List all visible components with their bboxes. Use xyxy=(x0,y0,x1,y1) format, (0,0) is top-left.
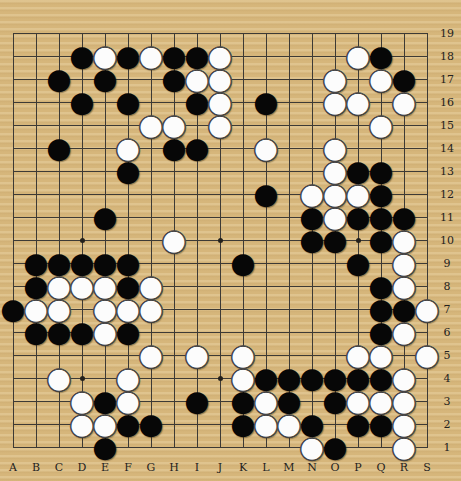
intersection-B3[interactable] xyxy=(25,390,48,413)
intersection-H6[interactable] xyxy=(163,321,186,344)
white-stone-Q17: ● xyxy=(370,68,393,91)
intersection-J9[interactable] xyxy=(209,252,232,275)
intersection-C12[interactable] xyxy=(48,183,71,206)
white-stone-H10: ● xyxy=(163,229,186,252)
row-label-13: 13 xyxy=(438,160,456,183)
intersection-M13[interactable] xyxy=(278,160,301,183)
intersection-D13[interactable] xyxy=(71,160,94,183)
white-stone-P18: ● xyxy=(347,45,370,68)
go-board: ●●●●●●●●●●●●●●●●●●●●●●●●●●●●●●●●●●●●●●●●… xyxy=(2,22,439,459)
intersection-K7[interactable] xyxy=(232,298,255,321)
intersection-N6[interactable] xyxy=(301,321,324,344)
black-stone-C6: ● xyxy=(48,321,71,344)
intersection-F2[interactable]: ● xyxy=(117,413,140,436)
intersection-K11[interactable] xyxy=(232,206,255,229)
black-stone-H14: ● xyxy=(163,137,186,160)
black-stone-Q10: ● xyxy=(370,229,393,252)
intersection-S16[interactable] xyxy=(416,91,439,114)
intersection-E1[interactable]: ● xyxy=(94,436,117,459)
intersection-G15[interactable]: ● xyxy=(140,114,163,137)
intersection-I9[interactable] xyxy=(186,252,209,275)
row-label-19: 19 xyxy=(438,22,456,45)
intersection-M14[interactable] xyxy=(278,137,301,160)
intersection-M15[interactable] xyxy=(278,114,301,137)
intersection-S13[interactable] xyxy=(416,160,439,183)
column-label-P: P xyxy=(347,458,370,478)
intersection-E17[interactable]: ● xyxy=(94,68,117,91)
intersection-S11[interactable] xyxy=(416,206,439,229)
black-stone-O10: ● xyxy=(324,229,347,252)
intersection-G13[interactable] xyxy=(140,160,163,183)
intersection-S7[interactable]: ● xyxy=(416,298,439,321)
intersection-F18[interactable]: ● xyxy=(117,45,140,68)
intersection-K13[interactable] xyxy=(232,160,255,183)
intersection-R1[interactable]: ● xyxy=(393,436,416,459)
intersection-H12[interactable] xyxy=(163,183,186,206)
intersection-J2[interactable] xyxy=(209,413,232,436)
black-stone-P2: ● xyxy=(347,413,370,436)
white-stone-G18: ● xyxy=(140,45,163,68)
column-label-G: G xyxy=(140,458,163,478)
black-stone-I16: ● xyxy=(186,91,209,114)
intersection-M16[interactable] xyxy=(278,91,301,114)
black-stone-N10: ● xyxy=(301,229,324,252)
intersection-D11[interactable] xyxy=(71,206,94,229)
intersection-H1[interactable] xyxy=(163,436,186,459)
intersection-H14[interactable]: ● xyxy=(163,137,186,160)
row-label-10: 10 xyxy=(438,229,456,252)
intersection-O8[interactable] xyxy=(324,275,347,298)
white-stone-C4: ● xyxy=(48,367,71,390)
row-label-18: 18 xyxy=(438,45,456,68)
black-stone-K2: ● xyxy=(232,413,255,436)
intersection-E14[interactable] xyxy=(94,137,117,160)
intersection-M6[interactable] xyxy=(278,321,301,344)
intersection-I11[interactable] xyxy=(186,206,209,229)
intersection-H7[interactable] xyxy=(163,298,186,321)
intersection-I5[interactable]: ● xyxy=(186,344,209,367)
intersection-K12[interactable] xyxy=(232,183,255,206)
intersection-A7[interactable]: ● xyxy=(2,298,25,321)
intersection-S3[interactable] xyxy=(416,390,439,413)
intersection-A13[interactable] xyxy=(2,160,25,183)
intersection-B6[interactable]: ● xyxy=(25,321,48,344)
intersection-E15[interactable] xyxy=(94,114,117,137)
intersection-O6[interactable] xyxy=(324,321,347,344)
column-label-L: L xyxy=(255,458,278,478)
black-stone-D18: ● xyxy=(71,45,94,68)
intersection-D18[interactable]: ● xyxy=(71,45,94,68)
white-stone-R6: ● xyxy=(393,321,416,344)
intersection-A19[interactable] xyxy=(2,22,25,45)
white-stone-L2: ● xyxy=(255,413,278,436)
black-stone-E17: ● xyxy=(94,68,117,91)
white-stone-Q15: ● xyxy=(370,114,393,137)
intersection-M11[interactable] xyxy=(278,206,301,229)
column-label-M: M xyxy=(278,458,301,478)
row-label-17: 17 xyxy=(438,68,456,91)
intersection-G7[interactable]: ● xyxy=(140,298,163,321)
white-stone-I5: ● xyxy=(186,344,209,367)
black-stone-F16: ● xyxy=(117,91,140,114)
intersection-K19[interactable] xyxy=(232,22,255,45)
intersection-L7[interactable] xyxy=(255,298,278,321)
white-stone-J15: ● xyxy=(209,114,232,137)
intersection-O1[interactable]: ● xyxy=(324,436,347,459)
intersection-A9[interactable] xyxy=(2,252,25,275)
black-stone-L12: ● xyxy=(255,183,278,206)
black-stone-E11: ● xyxy=(94,206,117,229)
white-stone-S7: ● xyxy=(416,298,439,321)
black-stone-C17: ● xyxy=(48,68,71,91)
intersection-O19[interactable] xyxy=(324,22,347,45)
intersection-B4[interactable] xyxy=(25,367,48,390)
intersection-B2[interactable] xyxy=(25,413,48,436)
intersection-E6[interactable]: ● xyxy=(94,321,117,344)
intersection-A12[interactable] xyxy=(2,183,25,206)
black-stone-C14: ● xyxy=(48,137,71,160)
black-stone-F18: ● xyxy=(117,45,140,68)
intersection-N19[interactable] xyxy=(301,22,324,45)
intersection-H3[interactable] xyxy=(163,390,186,413)
column-label-Q: Q xyxy=(370,458,393,478)
intersection-P16[interactable]: ● xyxy=(347,91,370,114)
intersection-B16[interactable] xyxy=(25,91,48,114)
intersection-B1[interactable] xyxy=(25,436,48,459)
black-stone-A7: ● xyxy=(2,298,25,321)
intersection-F11[interactable] xyxy=(117,206,140,229)
black-stone-O1: ● xyxy=(324,436,347,459)
intersection-A11[interactable] xyxy=(2,206,25,229)
intersection-L19[interactable] xyxy=(255,22,278,45)
intersection-K14[interactable] xyxy=(232,137,255,160)
intersection-B11[interactable] xyxy=(25,206,48,229)
intersection-B13[interactable] xyxy=(25,160,48,183)
black-stone-I3: ● xyxy=(186,390,209,413)
intersection-S18[interactable] xyxy=(416,45,439,68)
white-stone-O16: ● xyxy=(324,91,347,114)
intersection-J7[interactable] xyxy=(209,298,232,321)
white-stone-R16: ● xyxy=(393,91,416,114)
intersection-L10[interactable] xyxy=(255,229,278,252)
intersection-S1[interactable] xyxy=(416,436,439,459)
intersection-J3[interactable] xyxy=(209,390,232,413)
intersection-D16[interactable]: ● xyxy=(71,91,94,114)
intersection-P18[interactable]: ● xyxy=(347,45,370,68)
intersection-M18[interactable] xyxy=(278,45,301,68)
intersection-L14[interactable]: ● xyxy=(255,137,278,160)
intersection-A16[interactable] xyxy=(2,91,25,114)
intersection-R6[interactable]: ● xyxy=(393,321,416,344)
black-stone-L16: ● xyxy=(255,91,278,114)
intersection-H4[interactable] xyxy=(163,367,186,390)
hoshi-point-D10 xyxy=(80,238,85,243)
black-stone-H17: ● xyxy=(163,68,186,91)
intersection-K15[interactable] xyxy=(232,114,255,137)
row-label-7: 7 xyxy=(438,298,456,321)
intersection-F16[interactable]: ● xyxy=(117,91,140,114)
black-stone-F2: ● xyxy=(117,413,140,436)
black-stone-N4: ● xyxy=(301,367,324,390)
row-label-2: 2 xyxy=(438,413,456,436)
intersection-N1[interactable]: ● xyxy=(301,436,324,459)
column-label-J: J xyxy=(209,458,232,478)
intersection-M2[interactable]: ● xyxy=(278,413,301,436)
intersection-H5[interactable] xyxy=(163,344,186,367)
black-stone-P9: ● xyxy=(347,252,370,275)
intersection-D14[interactable] xyxy=(71,137,94,160)
intersection-C19[interactable] xyxy=(48,22,71,45)
intersection-R16[interactable]: ● xyxy=(393,91,416,114)
column-label-C: C xyxy=(48,458,71,478)
intersection-S15[interactable] xyxy=(416,114,439,137)
intersection-S5[interactable]: ● xyxy=(416,344,439,367)
column-label-H: H xyxy=(163,458,186,478)
intersection-C11[interactable] xyxy=(48,206,71,229)
intersection-B19[interactable] xyxy=(25,22,48,45)
white-stone-S5: ● xyxy=(416,344,439,367)
intersection-I7[interactable] xyxy=(186,298,209,321)
black-stone-B6: ● xyxy=(25,321,48,344)
intersection-C2[interactable] xyxy=(48,413,71,436)
column-label-F: F xyxy=(117,458,140,478)
intersection-A14[interactable] xyxy=(2,137,25,160)
intersection-A18[interactable] xyxy=(2,45,25,68)
intersection-L2[interactable]: ● xyxy=(255,413,278,436)
column-label-A: A xyxy=(2,458,25,478)
intersection-B17[interactable] xyxy=(25,68,48,91)
intersection-Q17[interactable]: ● xyxy=(370,68,393,91)
intersection-A3[interactable] xyxy=(2,390,25,413)
intersection-A2[interactable] xyxy=(2,413,25,436)
intersection-C17[interactable]: ● xyxy=(48,68,71,91)
intersection-A15[interactable] xyxy=(2,114,25,137)
intersection-N7[interactable] xyxy=(301,298,324,321)
row-label-3: 3 xyxy=(438,390,456,413)
intersection-S10[interactable] xyxy=(416,229,439,252)
intersection-N8[interactable] xyxy=(301,275,324,298)
black-stone-D16: ● xyxy=(71,91,94,114)
intersection-N14[interactable] xyxy=(301,137,324,160)
intersection-N16[interactable] xyxy=(301,91,324,114)
white-stone-D2: ● xyxy=(71,413,94,436)
black-stone-K9: ● xyxy=(232,252,255,275)
intersection-O3[interactable]: ● xyxy=(324,390,347,413)
black-stone-Q2: ● xyxy=(370,413,393,436)
black-stone-F13: ● xyxy=(117,160,140,183)
intersection-P11[interactable]: ● xyxy=(347,206,370,229)
intersection-I12[interactable] xyxy=(186,183,209,206)
intersection-J4[interactable] xyxy=(209,367,232,390)
row-label-6: 6 xyxy=(438,321,456,344)
intersection-B14[interactable] xyxy=(25,137,48,160)
intersection-I16[interactable]: ● xyxy=(186,91,209,114)
intersection-B15[interactable] xyxy=(25,114,48,137)
intersection-A4[interactable] xyxy=(2,367,25,390)
intersection-J15[interactable]: ● xyxy=(209,114,232,137)
intersection-J13[interactable] xyxy=(209,160,232,183)
intersection-R19[interactable] xyxy=(393,22,416,45)
intersection-A1[interactable] xyxy=(2,436,25,459)
intersection-L6[interactable] xyxy=(255,321,278,344)
intersection-F13[interactable]: ● xyxy=(117,160,140,183)
intersection-J12[interactable] xyxy=(209,183,232,206)
hoshi-point-J4 xyxy=(218,376,223,381)
row-label-8: 8 xyxy=(438,275,456,298)
intersection-K18[interactable] xyxy=(232,45,255,68)
intersection-P9[interactable]: ● xyxy=(347,252,370,275)
intersection-G2[interactable]: ● xyxy=(140,413,163,436)
white-stone-D8: ● xyxy=(71,275,94,298)
black-stone-E1: ● xyxy=(94,436,117,459)
intersection-M17[interactable] xyxy=(278,68,301,91)
white-stone-M2: ● xyxy=(278,413,301,436)
intersection-A5[interactable] xyxy=(2,344,25,367)
row-label-11: 11 xyxy=(438,206,456,229)
intersection-D8[interactable]: ● xyxy=(71,275,94,298)
intersection-R14[interactable] xyxy=(393,137,416,160)
intersection-J10[interactable] xyxy=(209,229,232,252)
black-stone-D6: ● xyxy=(71,321,94,344)
intersection-D2[interactable]: ● xyxy=(71,413,94,436)
intersection-K9[interactable]: ● xyxy=(232,252,255,275)
intersection-S19[interactable] xyxy=(416,22,439,45)
intersection-P2[interactable]: ● xyxy=(347,413,370,436)
intersection-M12[interactable] xyxy=(278,183,301,206)
row-label-15: 15 xyxy=(438,114,456,137)
intersection-A10[interactable] xyxy=(2,229,25,252)
intersection-Q2[interactable]: ● xyxy=(370,413,393,436)
white-stone-R1: ● xyxy=(393,436,416,459)
row-label-14: 14 xyxy=(438,137,456,160)
column-label-S: S xyxy=(416,458,439,478)
intersection-F6[interactable]: ● xyxy=(117,321,140,344)
intersection-H8[interactable] xyxy=(163,275,186,298)
intersection-L8[interactable] xyxy=(255,275,278,298)
intersection-J6[interactable] xyxy=(209,321,232,344)
intersection-L16[interactable]: ● xyxy=(255,91,278,114)
intersection-P7[interactable] xyxy=(347,298,370,321)
intersection-G11[interactable] xyxy=(140,206,163,229)
intersection-G5[interactable]: ● xyxy=(140,344,163,367)
intersection-J1[interactable] xyxy=(209,436,232,459)
intersection-S9[interactable] xyxy=(416,252,439,275)
column-label-D: D xyxy=(71,458,94,478)
intersection-I10[interactable] xyxy=(186,229,209,252)
intersection-S2[interactable] xyxy=(416,413,439,436)
intersection-N10[interactable]: ● xyxy=(301,229,324,252)
intersection-D6[interactable]: ● xyxy=(71,321,94,344)
intersection-N17[interactable] xyxy=(301,68,324,91)
intersection-I14[interactable]: ● xyxy=(186,137,209,160)
hoshi-point-P10 xyxy=(356,238,361,243)
row-label-12: 12 xyxy=(438,183,456,206)
intersection-D12[interactable] xyxy=(71,183,94,206)
intersection-S14[interactable] xyxy=(416,137,439,160)
column-label-K: K xyxy=(232,458,255,478)
row-label-1: 1 xyxy=(438,436,456,459)
intersection-N4[interactable]: ● xyxy=(301,367,324,390)
intersection-B18[interactable] xyxy=(25,45,48,68)
intersection-M19[interactable] xyxy=(278,22,301,45)
intersection-O16[interactable]: ● xyxy=(324,91,347,114)
intersection-J8[interactable] xyxy=(209,275,232,298)
black-stone-I14: ● xyxy=(186,137,209,160)
intersection-K2[interactable]: ● xyxy=(232,413,255,436)
white-stone-P16: ● xyxy=(347,91,370,114)
intersection-K17[interactable] xyxy=(232,68,255,91)
row-label-4: 4 xyxy=(438,367,456,390)
column-label-I: I xyxy=(186,458,209,478)
black-stone-F6: ● xyxy=(117,321,140,344)
black-stone-O3: ● xyxy=(324,390,347,413)
intersection-H10[interactable]: ● xyxy=(163,229,186,252)
intersection-M9[interactable] xyxy=(278,252,301,275)
intersection-K16[interactable] xyxy=(232,91,255,114)
intersection-O7[interactable] xyxy=(324,298,347,321)
intersection-C6[interactable]: ● xyxy=(48,321,71,344)
intersection-L18[interactable] xyxy=(255,45,278,68)
intersection-E13[interactable] xyxy=(94,160,117,183)
intersection-E11[interactable]: ● xyxy=(94,206,117,229)
intersection-Q15[interactable]: ● xyxy=(370,114,393,137)
intersection-H2[interactable] xyxy=(163,413,186,436)
intersection-H17[interactable]: ● xyxy=(163,68,186,91)
white-stone-G15: ● xyxy=(140,114,163,137)
intersection-A17[interactable] xyxy=(2,68,25,91)
intersection-J5[interactable] xyxy=(209,344,232,367)
intersection-I3[interactable]: ● xyxy=(186,390,209,413)
intersection-M7[interactable] xyxy=(278,298,301,321)
column-labels: ABCDEFGHIJKLMNOPQRS xyxy=(2,458,439,478)
column-label-B: B xyxy=(25,458,48,478)
intersection-C1[interactable] xyxy=(48,436,71,459)
intersection-M10[interactable] xyxy=(278,229,301,252)
white-stone-L14: ● xyxy=(255,137,278,160)
intersection-N18[interactable] xyxy=(301,45,324,68)
intersection-L12[interactable]: ● xyxy=(255,183,278,206)
intersection-C4[interactable]: ● xyxy=(48,367,71,390)
intersection-I8[interactable] xyxy=(186,275,209,298)
hoshi-point-D4 xyxy=(80,376,85,381)
white-stone-N1: ● xyxy=(301,436,324,459)
intersection-J11[interactable] xyxy=(209,206,232,229)
white-stone-E6: ● xyxy=(94,321,117,344)
intersection-S17[interactable] xyxy=(416,68,439,91)
intersection-N15[interactable] xyxy=(301,114,324,137)
intersection-G10[interactable] xyxy=(140,229,163,252)
intersection-L9[interactable] xyxy=(255,252,278,275)
black-stone-G2: ● xyxy=(140,413,163,436)
white-stone-G5: ● xyxy=(140,344,163,367)
intersection-C14[interactable]: ● xyxy=(48,137,71,160)
intersection-Q10[interactable]: ● xyxy=(370,229,393,252)
intersection-S12[interactable] xyxy=(416,183,439,206)
intersection-R13[interactable] xyxy=(393,160,416,183)
intersection-G18[interactable]: ● xyxy=(140,45,163,68)
intersection-B12[interactable] xyxy=(25,183,48,206)
row-label-5: 5 xyxy=(438,344,456,367)
row-label-9: 9 xyxy=(438,252,456,275)
black-stone-P11: ● xyxy=(347,206,370,229)
intersection-M8[interactable] xyxy=(278,275,301,298)
intersection-O10[interactable]: ● xyxy=(324,229,347,252)
row-labels: 19181716151413121110987654321 xyxy=(438,22,456,459)
hoshi-point-J10 xyxy=(218,238,223,243)
intersection-G12[interactable] xyxy=(140,183,163,206)
white-stone-G7: ● xyxy=(140,298,163,321)
intersection-I1[interactable] xyxy=(186,436,209,459)
